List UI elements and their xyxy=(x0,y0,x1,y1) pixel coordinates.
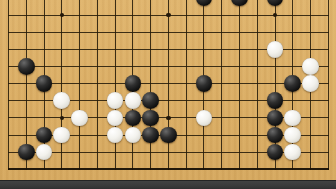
white-stone xyxy=(267,41,284,58)
white-stone xyxy=(107,92,124,109)
white-stone xyxy=(125,127,142,144)
white-stone xyxy=(125,92,142,109)
black-stone xyxy=(142,110,159,127)
white-stone xyxy=(71,110,88,127)
white-stone xyxy=(53,92,70,109)
white-stone xyxy=(302,75,319,92)
black-stone xyxy=(18,58,35,75)
black-stone xyxy=(231,0,248,6)
black-stone xyxy=(267,92,284,109)
black-stone xyxy=(196,75,213,92)
black-stone xyxy=(284,75,301,92)
white-stone xyxy=(284,110,301,127)
black-stone xyxy=(267,144,284,161)
black-stone xyxy=(267,110,284,127)
black-stone xyxy=(267,0,284,6)
bottom-letterbox-bar xyxy=(0,180,336,189)
black-stone xyxy=(36,75,53,92)
black-stone xyxy=(142,127,159,144)
white-stone xyxy=(302,58,319,75)
white-stone xyxy=(196,110,213,127)
black-stone xyxy=(196,0,213,6)
white-stone xyxy=(53,127,70,144)
black-stone xyxy=(125,75,142,92)
black-stone xyxy=(267,127,284,144)
stones-layer xyxy=(0,0,336,178)
white-stone xyxy=(36,144,53,161)
white-stone xyxy=(284,127,301,144)
black-stone xyxy=(142,92,159,109)
black-stone xyxy=(125,110,142,127)
black-stone xyxy=(18,144,35,161)
screenshot-root xyxy=(0,0,336,189)
black-stone xyxy=(160,127,177,144)
black-stone xyxy=(36,127,53,144)
white-stone xyxy=(107,110,124,127)
white-stone xyxy=(107,127,124,144)
white-stone xyxy=(284,144,301,161)
go-board[interactable] xyxy=(0,0,336,180)
